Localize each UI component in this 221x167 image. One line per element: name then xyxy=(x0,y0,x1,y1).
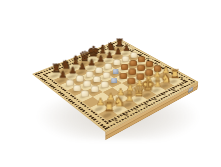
die-e5[interactable] xyxy=(113,68,118,73)
brown-checker-g4[interactable] xyxy=(137,64,145,70)
light-checker-d6[interactable] xyxy=(95,67,103,73)
file-label-d: d xyxy=(141,102,150,107)
file-label-e: e xyxy=(151,97,159,102)
photo-stage: abcdefgh12345678♜♞♝♛♚♝♞♜♟♟♟♟♟♟♟♟♟♟♟♟♟♟♟♟… xyxy=(0,0,221,167)
brown-checker-g5[interactable] xyxy=(129,60,137,66)
light-checker-f6[interactable] xyxy=(113,59,121,65)
light-checker-e6[interactable] xyxy=(104,63,112,69)
light-checker-b6[interactable] xyxy=(76,75,84,82)
light-checker-c6[interactable] xyxy=(85,71,93,77)
light-checker-g6[interactable] xyxy=(122,55,130,61)
light-checker-d5[interactable] xyxy=(102,72,110,79)
light-checker-a6[interactable] xyxy=(66,79,74,86)
file-label-g: g xyxy=(169,87,177,92)
light-piece-r-a1[interactable]: ♜ xyxy=(100,100,118,115)
light-checker-b5[interactable] xyxy=(83,80,91,87)
metal-latch-icon[interactable] xyxy=(188,87,193,93)
light-checker-b4[interactable] xyxy=(90,85,98,92)
light-checker-a4[interactable] xyxy=(80,90,89,97)
brown-checker-f5[interactable] xyxy=(120,64,128,70)
light-checker-h6[interactable] xyxy=(130,52,137,58)
light-checker-a5[interactable] xyxy=(73,84,81,91)
light-checker-c5[interactable] xyxy=(93,76,101,83)
brown-checker-h4[interactable] xyxy=(145,60,153,66)
brown-checker-f4[interactable] xyxy=(128,68,136,74)
brown-checker-h5[interactable] xyxy=(138,56,146,62)
light-checker-c4[interactable] xyxy=(100,81,108,88)
file-label-c: c xyxy=(131,107,140,112)
brown-checker-e4[interactable] xyxy=(119,72,127,79)
die-d4[interactable] xyxy=(111,78,117,84)
